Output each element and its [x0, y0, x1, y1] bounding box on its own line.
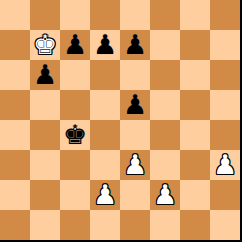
square-f1[interactable]: [150, 210, 180, 240]
square-c1[interactable]: [60, 210, 90, 240]
square-b7[interactable]: ♚: [30, 30, 60, 60]
square-e8[interactable]: [120, 0, 150, 30]
square-b4[interactable]: [30, 120, 60, 150]
square-a7[interactable]: [0, 30, 30, 60]
square-e4[interactable]: [120, 120, 150, 150]
square-d8[interactable]: [90, 0, 120, 30]
square-e5[interactable]: ♟: [120, 90, 150, 120]
square-c8[interactable]: [60, 0, 90, 30]
square-g2[interactable]: [180, 180, 210, 210]
square-f3[interactable]: [150, 150, 180, 180]
board-frame: ♚♟♟♟♟♟♚♟♟♟♟: [0, 0, 242, 242]
square-c5[interactable]: [60, 90, 90, 120]
square-g8[interactable]: [180, 0, 210, 30]
square-b3[interactable]: [30, 150, 60, 180]
square-g5[interactable]: [180, 90, 210, 120]
square-a8[interactable]: [0, 0, 30, 30]
square-e3[interactable]: ♟: [120, 150, 150, 180]
square-h4[interactable]: [210, 120, 240, 150]
chessboard: ♚♟♟♟♟♟♚♟♟♟♟: [0, 0, 240, 240]
square-f4[interactable]: [150, 120, 180, 150]
square-h2[interactable]: [210, 180, 240, 210]
square-e2[interactable]: [120, 180, 150, 210]
square-d2[interactable]: ♟: [90, 180, 120, 210]
square-g7[interactable]: [180, 30, 210, 60]
piece-black-pawn-e7[interactable]: ♟: [123, 30, 147, 60]
square-c6[interactable]: [60, 60, 90, 90]
square-b1[interactable]: [30, 210, 60, 240]
square-c4[interactable]: ♚: [60, 120, 90, 150]
piece-black-king-c4[interactable]: ♚: [63, 120, 87, 150]
piece-black-pawn-e5[interactable]: ♟: [123, 90, 147, 120]
square-a3[interactable]: [0, 150, 30, 180]
piece-black-pawn-b6[interactable]: ♟: [33, 60, 57, 90]
square-b6[interactable]: ♟: [30, 60, 60, 90]
square-e7[interactable]: ♟: [120, 30, 150, 60]
square-f8[interactable]: [150, 0, 180, 30]
square-c3[interactable]: [60, 150, 90, 180]
square-c2[interactable]: [60, 180, 90, 210]
square-d5[interactable]: [90, 90, 120, 120]
square-f5[interactable]: [150, 90, 180, 120]
piece-white-pawn-f2[interactable]: ♟: [153, 180, 177, 210]
square-c7[interactable]: ♟: [60, 30, 90, 60]
square-d6[interactable]: [90, 60, 120, 90]
square-h7[interactable]: [210, 30, 240, 60]
piece-white-pawn-d2[interactable]: ♟: [93, 180, 117, 210]
square-h5[interactable]: [210, 90, 240, 120]
square-f6[interactable]: [150, 60, 180, 90]
square-d1[interactable]: [90, 210, 120, 240]
square-h3[interactable]: ♟: [210, 150, 240, 180]
piece-white-pawn-h3[interactable]: ♟: [213, 150, 237, 180]
square-a6[interactable]: [0, 60, 30, 90]
piece-black-pawn-c7[interactable]: ♟: [63, 30, 87, 60]
square-d3[interactable]: [90, 150, 120, 180]
square-h6[interactable]: [210, 60, 240, 90]
square-h8[interactable]: [210, 0, 240, 30]
square-a4[interactable]: [0, 120, 30, 150]
square-b8[interactable]: [30, 0, 60, 30]
square-a5[interactable]: [0, 90, 30, 120]
square-e1[interactable]: [120, 210, 150, 240]
square-f2[interactable]: ♟: [150, 180, 180, 210]
square-h1[interactable]: [210, 210, 240, 240]
square-g3[interactable]: [180, 150, 210, 180]
square-d7[interactable]: ♟: [90, 30, 120, 60]
square-d4[interactable]: [90, 120, 120, 150]
piece-white-pawn-e3[interactable]: ♟: [123, 150, 147, 180]
square-e6[interactable]: [120, 60, 150, 90]
square-a2[interactable]: [0, 180, 30, 210]
piece-black-pawn-d7[interactable]: ♟: [93, 30, 117, 60]
square-b5[interactable]: [30, 90, 60, 120]
piece-white-king-b7[interactable]: ♚: [33, 30, 57, 60]
square-g4[interactable]: [180, 120, 210, 150]
square-b2[interactable]: [30, 180, 60, 210]
square-g6[interactable]: [180, 60, 210, 90]
square-g1[interactable]: [180, 210, 210, 240]
square-a1[interactable]: [0, 210, 30, 240]
square-f7[interactable]: [150, 30, 180, 60]
